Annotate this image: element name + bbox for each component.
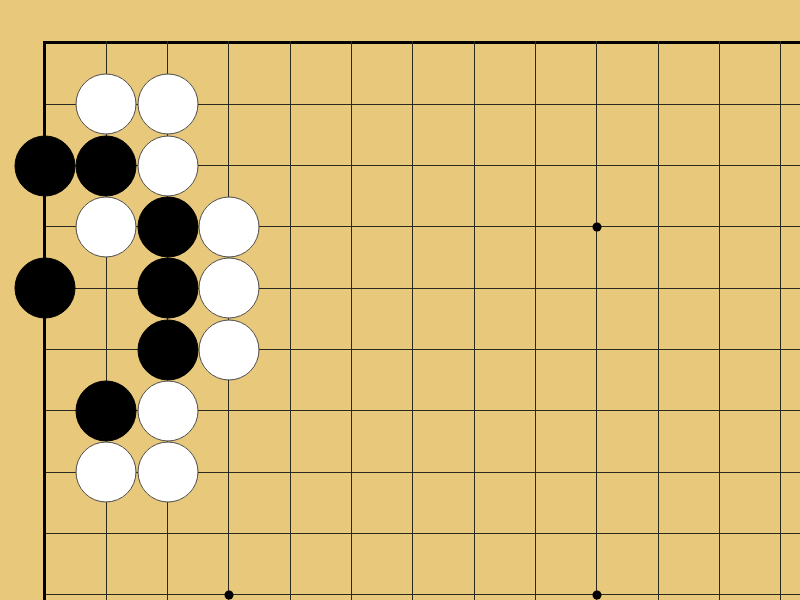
intersection-L10[interactable] xyxy=(628,564,689,600)
grid-line-horizontal xyxy=(750,472,800,473)
intersection-F13[interactable] xyxy=(321,380,382,441)
intersection-C16[interactable] xyxy=(137,196,198,257)
grid-line-vertical xyxy=(351,442,352,503)
intersection-K12[interactable] xyxy=(566,442,627,503)
grid-line-vertical xyxy=(535,319,536,380)
grid-line-vertical xyxy=(474,196,475,257)
grid-line-vertical xyxy=(596,74,597,135)
star-point-K16 xyxy=(592,222,601,231)
intersection-M16[interactable] xyxy=(689,196,750,257)
grid-line-vertical xyxy=(719,380,720,441)
intersection-E17[interactable] xyxy=(260,135,321,196)
white-stone-B16 xyxy=(76,196,137,257)
grid-line-vertical xyxy=(106,258,107,319)
intersection-H15[interactable] xyxy=(444,258,505,319)
intersection-M18[interactable] xyxy=(689,74,750,135)
intersection-N10[interactable] xyxy=(750,564,800,600)
intersection-L19[interactable] xyxy=(628,12,689,73)
intersection-C13[interactable] xyxy=(137,380,198,441)
grid-line-vertical xyxy=(412,135,413,196)
black-stone-A17 xyxy=(14,135,75,196)
grid-line-vertical xyxy=(351,564,352,600)
grid-line-vertical xyxy=(780,41,781,73)
intersection-F14[interactable] xyxy=(321,319,382,380)
board-left-edge-line xyxy=(43,41,46,73)
grid-line-horizontal xyxy=(750,104,800,105)
intersection-J10[interactable] xyxy=(505,564,566,600)
grid-line-vertical xyxy=(780,74,781,135)
intersection-N18[interactable] xyxy=(750,74,800,135)
intersection-B12[interactable] xyxy=(76,442,137,503)
grid-line-vertical xyxy=(535,380,536,441)
grid-line-vertical xyxy=(167,564,168,600)
grid-line-vertical xyxy=(351,503,352,564)
grid-line-vertical xyxy=(412,503,413,564)
grid-line-vertical xyxy=(290,258,291,319)
grid-line-vertical xyxy=(535,196,536,257)
grid-line-vertical xyxy=(535,135,536,196)
intersection-G17[interactable] xyxy=(382,135,443,196)
intersection-M13[interactable] xyxy=(689,380,750,441)
grid-line-vertical xyxy=(351,258,352,319)
intersection-M19[interactable] xyxy=(689,12,750,73)
intersection-N11[interactable] xyxy=(750,503,800,564)
intersection-J18[interactable] xyxy=(505,74,566,135)
intersection-C15[interactable] xyxy=(137,258,198,319)
intersection-L16[interactable] xyxy=(628,196,689,257)
grid-line-vertical xyxy=(412,258,413,319)
grid-line-vertical xyxy=(719,135,720,196)
grid-line-vertical xyxy=(351,41,352,73)
intersection-G13[interactable] xyxy=(382,380,443,441)
grid-line-vertical xyxy=(596,258,597,319)
intersection-H16[interactable] xyxy=(444,196,505,257)
intersection-N12[interactable] xyxy=(750,442,800,503)
intersection-N15[interactable] xyxy=(750,258,800,319)
intersection-G12[interactable] xyxy=(382,442,443,503)
grid-line-vertical xyxy=(658,196,659,257)
intersection-C11[interactable] xyxy=(137,503,198,564)
grid-line-vertical xyxy=(535,503,536,564)
intersection-D11[interactable] xyxy=(198,503,259,564)
intersection-L13[interactable] xyxy=(628,380,689,441)
go-board-viewport xyxy=(0,0,800,600)
intersection-G10[interactable] xyxy=(382,564,443,600)
intersection-A17[interactable] xyxy=(14,135,75,196)
grid-line-horizontal xyxy=(750,349,800,350)
intersection-H17[interactable] xyxy=(444,135,505,196)
intersection-K11[interactable] xyxy=(566,503,627,564)
grid-line-vertical xyxy=(658,258,659,319)
grid-line-vertical xyxy=(535,74,536,135)
intersection-K10[interactable] xyxy=(566,564,627,600)
intersection-C14[interactable] xyxy=(137,319,198,380)
intersection-K13[interactable] xyxy=(566,380,627,441)
intersection-F10[interactable] xyxy=(321,564,382,600)
white-stone-C13 xyxy=(137,380,198,441)
white-stone-C18 xyxy=(137,74,198,135)
grid-line-vertical xyxy=(474,442,475,503)
grid-line-vertical xyxy=(658,564,659,600)
intersection-N13[interactable] xyxy=(750,380,800,441)
intersection-B18[interactable] xyxy=(76,74,137,135)
intersection-H13[interactable] xyxy=(444,380,505,441)
grid-line-horizontal xyxy=(750,226,800,227)
intersection-E13[interactable] xyxy=(260,380,321,441)
board-top-edge-line xyxy=(750,41,800,44)
grid-line-vertical xyxy=(535,41,536,73)
grid-line-vertical xyxy=(596,41,597,73)
intersection-B16[interactable] xyxy=(76,196,137,257)
grid-line-vertical xyxy=(780,442,781,503)
intersection-D16[interactable] xyxy=(198,196,259,257)
intersection-F17[interactable] xyxy=(321,135,382,196)
grid-line-horizontal xyxy=(750,165,800,166)
grid-line-vertical xyxy=(228,135,229,196)
board-left-edge-line xyxy=(43,442,46,503)
grid-line-vertical xyxy=(535,442,536,503)
intersection-K14[interactable] xyxy=(566,319,627,380)
grid-line-vertical xyxy=(290,135,291,196)
board-left-edge-line xyxy=(43,564,46,600)
intersection-E11[interactable] xyxy=(260,503,321,564)
grid-line-horizontal xyxy=(750,410,800,411)
intersection-L18[interactable] xyxy=(628,74,689,135)
grid-line-vertical xyxy=(412,380,413,441)
grid-line-vertical xyxy=(412,74,413,135)
grid-line-vertical xyxy=(780,258,781,319)
intersection-M17[interactable] xyxy=(689,135,750,196)
white-stone-C12 xyxy=(137,442,198,503)
intersection-D12[interactable] xyxy=(198,442,259,503)
intersection-A18[interactable] xyxy=(14,74,75,135)
grid-line-vertical xyxy=(290,564,291,600)
grid-line-vertical xyxy=(535,564,536,600)
grid-line-vertical xyxy=(228,41,229,73)
grid-line-vertical xyxy=(474,319,475,380)
intersection-G19[interactable] xyxy=(382,12,443,73)
grid-line-vertical xyxy=(412,564,413,600)
black-stone-C16 xyxy=(137,196,198,257)
intersection-M11[interactable] xyxy=(689,503,750,564)
star-point-D10 xyxy=(224,590,233,599)
intersection-C12[interactable] xyxy=(137,442,198,503)
intersection-C10[interactable] xyxy=(137,564,198,600)
intersection-E12[interactable] xyxy=(260,442,321,503)
intersection-L17[interactable] xyxy=(628,135,689,196)
intersection-E18[interactable] xyxy=(260,74,321,135)
intersection-J19[interactable] xyxy=(505,12,566,73)
black-stone-B17 xyxy=(76,135,137,196)
white-stone-D14 xyxy=(198,319,259,380)
white-stone-B18 xyxy=(76,74,137,135)
grid-line-vertical xyxy=(780,503,781,564)
intersection-E15[interactable] xyxy=(260,258,321,319)
intersection-C17[interactable] xyxy=(137,135,198,196)
grid-line-vertical xyxy=(290,319,291,380)
intersection-K15[interactable] xyxy=(566,258,627,319)
grid-line-vertical xyxy=(658,74,659,135)
board-left-edge-line xyxy=(43,503,46,564)
go-board-grid xyxy=(14,12,800,600)
grid-line-vertical xyxy=(719,442,720,503)
grid-line-vertical xyxy=(228,380,229,441)
intersection-A12[interactable] xyxy=(14,442,75,503)
grid-line-vertical xyxy=(290,41,291,73)
intersection-B10[interactable] xyxy=(76,564,137,600)
board-left-edge-line xyxy=(43,319,46,380)
grid-line-vertical xyxy=(719,319,720,380)
intersection-G11[interactable] xyxy=(382,503,443,564)
intersection-L15[interactable] xyxy=(628,258,689,319)
grid-line-vertical xyxy=(474,258,475,319)
grid-line-vertical xyxy=(719,41,720,73)
intersection-B11[interactable] xyxy=(76,503,137,564)
intersection-H14[interactable] xyxy=(444,319,505,380)
grid-line-vertical xyxy=(719,258,720,319)
white-stone-C17 xyxy=(137,135,198,196)
intersection-B13[interactable] xyxy=(76,380,137,441)
star-point-K10 xyxy=(592,590,601,599)
grid-line-vertical xyxy=(106,564,107,600)
white-stone-D15 xyxy=(198,258,259,319)
intersection-B14[interactable] xyxy=(76,319,137,380)
grid-line-vertical xyxy=(106,503,107,564)
intersection-A13[interactable] xyxy=(14,380,75,441)
grid-line-vertical xyxy=(351,196,352,257)
intersection-A14[interactable] xyxy=(14,319,75,380)
intersection-H18[interactable] xyxy=(444,74,505,135)
intersection-E16[interactable] xyxy=(260,196,321,257)
grid-line-vertical xyxy=(658,41,659,73)
grid-line-vertical xyxy=(412,319,413,380)
intersection-J16[interactable] xyxy=(505,196,566,257)
intersection-F12[interactable] xyxy=(321,442,382,503)
board-left-edge-line xyxy=(43,196,46,257)
grid-line-vertical xyxy=(474,380,475,441)
intersection-K19[interactable] xyxy=(566,12,627,73)
grid-line-vertical xyxy=(228,442,229,503)
intersection-A16[interactable] xyxy=(14,196,75,257)
intersection-J11[interactable] xyxy=(505,503,566,564)
grid-line-vertical xyxy=(780,135,781,196)
intersection-C18[interactable] xyxy=(137,74,198,135)
grid-line-vertical xyxy=(719,564,720,600)
intersection-L14[interactable] xyxy=(628,319,689,380)
grid-line-vertical xyxy=(658,135,659,196)
grid-line-horizontal xyxy=(43,104,75,105)
intersection-G15[interactable] xyxy=(382,258,443,319)
intersection-J17[interactable] xyxy=(505,135,566,196)
grid-line-vertical xyxy=(290,503,291,564)
grid-line-vertical xyxy=(780,196,781,257)
grid-line-vertical xyxy=(351,74,352,135)
intersection-E19[interactable] xyxy=(260,12,321,73)
black-stone-A15 xyxy=(14,258,75,319)
intersection-M12[interactable] xyxy=(689,442,750,503)
grid-line-vertical xyxy=(351,135,352,196)
grid-line-vertical xyxy=(658,319,659,380)
black-stone-C14 xyxy=(137,319,198,380)
intersection-N14[interactable] xyxy=(750,319,800,380)
grid-line-vertical xyxy=(719,74,720,135)
grid-line-vertical xyxy=(474,41,475,73)
board-left-edge-line xyxy=(43,380,46,441)
grid-line-vertical xyxy=(167,41,168,73)
intersection-N19[interactable] xyxy=(750,12,800,73)
intersection-D10[interactable] xyxy=(198,564,259,600)
grid-line-vertical xyxy=(535,258,536,319)
grid-line-vertical xyxy=(106,319,107,380)
white-stone-B12 xyxy=(76,442,137,503)
grid-line-vertical xyxy=(596,380,597,441)
intersection-G14[interactable] xyxy=(382,319,443,380)
intersection-D19[interactable] xyxy=(198,12,259,73)
intersection-A10[interactable] xyxy=(14,564,75,600)
intersection-C19[interactable] xyxy=(137,12,198,73)
intersection-L12[interactable] xyxy=(628,442,689,503)
grid-line-vertical xyxy=(228,74,229,135)
intersection-D13[interactable] xyxy=(198,380,259,441)
grid-line-vertical xyxy=(290,442,291,503)
intersection-N16[interactable] xyxy=(750,196,800,257)
grid-line-vertical xyxy=(474,74,475,135)
intersection-D17[interactable] xyxy=(198,135,259,196)
intersection-L11[interactable] xyxy=(628,503,689,564)
intersection-H10[interactable] xyxy=(444,564,505,600)
intersection-J13[interactable] xyxy=(505,380,566,441)
intersection-K17[interactable] xyxy=(566,135,627,196)
grid-line-vertical xyxy=(658,380,659,441)
grid-line-horizontal xyxy=(750,288,800,289)
grid-line-vertical xyxy=(658,503,659,564)
intersection-J15[interactable] xyxy=(505,258,566,319)
intersection-F11[interactable] xyxy=(321,503,382,564)
grid-line-vertical xyxy=(351,319,352,380)
intersection-K16[interactable] xyxy=(566,196,627,257)
grid-line-vertical xyxy=(290,196,291,257)
board-left-edge-line xyxy=(43,74,46,135)
grid-line-horizontal xyxy=(43,594,75,595)
intersection-D14[interactable] xyxy=(198,319,259,380)
grid-line-vertical xyxy=(290,74,291,135)
grid-line-vertical xyxy=(780,564,781,600)
intersection-G16[interactable] xyxy=(382,196,443,257)
black-stone-C15 xyxy=(137,258,198,319)
intersection-F16[interactable] xyxy=(321,196,382,257)
grid-line-vertical xyxy=(228,503,229,564)
grid-line-vertical xyxy=(658,442,659,503)
grid-line-vertical xyxy=(596,503,597,564)
intersection-N17[interactable] xyxy=(750,135,800,196)
grid-line-horizontal xyxy=(43,349,75,350)
black-stone-B13 xyxy=(76,380,137,441)
grid-line-vertical xyxy=(780,380,781,441)
grid-line-vertical xyxy=(167,503,168,564)
intersection-A11[interactable] xyxy=(14,503,75,564)
grid-line-vertical xyxy=(474,503,475,564)
intersection-G18[interactable] xyxy=(382,74,443,135)
intersection-D18[interactable] xyxy=(198,74,259,135)
intersection-F19[interactable] xyxy=(321,12,382,73)
intersection-H12[interactable] xyxy=(444,442,505,503)
intersection-E10[interactable] xyxy=(260,564,321,600)
intersection-J14[interactable] xyxy=(505,319,566,380)
board-top-edge-line xyxy=(43,41,75,44)
grid-line-vertical xyxy=(719,503,720,564)
grid-line-vertical xyxy=(412,442,413,503)
intersection-H11[interactable] xyxy=(444,503,505,564)
grid-line-vertical xyxy=(596,442,597,503)
intersection-B17[interactable] xyxy=(76,135,137,196)
white-stone-D16 xyxy=(198,196,259,257)
grid-line-vertical xyxy=(351,380,352,441)
grid-line-vertical xyxy=(596,319,597,380)
intersection-A19[interactable] xyxy=(14,12,75,73)
intersection-M15[interactable] xyxy=(689,258,750,319)
intersection-K18[interactable] xyxy=(566,74,627,135)
grid-line-vertical xyxy=(412,196,413,257)
intersection-F15[interactable] xyxy=(321,258,382,319)
grid-line-horizontal xyxy=(43,533,75,534)
intersection-D15[interactable] xyxy=(198,258,259,319)
intersection-M10[interactable] xyxy=(689,564,750,600)
grid-line-horizontal xyxy=(43,226,75,227)
intersection-J12[interactable] xyxy=(505,442,566,503)
grid-line-vertical xyxy=(474,135,475,196)
grid-line-horizontal xyxy=(750,594,800,595)
grid-line-vertical xyxy=(106,41,107,73)
grid-line-vertical xyxy=(474,564,475,600)
intersection-M14[interactable] xyxy=(689,319,750,380)
intersection-A15[interactable] xyxy=(14,258,75,319)
grid-line-vertical xyxy=(780,319,781,380)
intersection-F18[interactable] xyxy=(321,74,382,135)
grid-line-horizontal xyxy=(43,472,75,473)
intersection-B15[interactable] xyxy=(76,258,137,319)
intersection-B19[interactable] xyxy=(76,12,137,73)
grid-line-vertical xyxy=(412,41,413,73)
intersection-E14[interactable] xyxy=(260,319,321,380)
grid-line-vertical xyxy=(290,380,291,441)
grid-line-horizontal xyxy=(43,410,75,411)
grid-line-vertical xyxy=(719,196,720,257)
grid-line-vertical xyxy=(596,135,597,196)
grid-line-horizontal xyxy=(750,533,800,534)
intersection-H19[interactable] xyxy=(444,12,505,73)
